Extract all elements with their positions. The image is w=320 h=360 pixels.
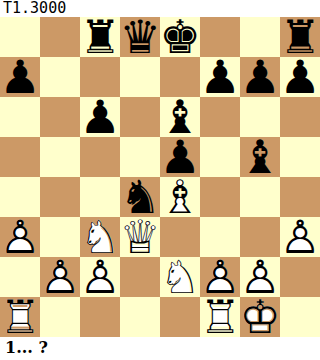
square-f6[interactable] xyxy=(200,97,240,137)
square-g4[interactable] xyxy=(240,177,280,217)
chess-puzzle-screen: T1.3000 ♜♛♚♜♟♟♟♟♟♝♟♝♞♝♗♟♙♞♘♛♕♟♙♟♙♟♙♞♘♟♙♟… xyxy=(0,0,320,360)
square-a1[interactable]: ♜♖ xyxy=(0,297,40,337)
square-a2[interactable] xyxy=(0,257,40,297)
square-b6[interactable] xyxy=(40,97,80,137)
square-g7[interactable]: ♟ xyxy=(240,57,280,97)
square-c5[interactable] xyxy=(80,137,120,177)
white-knight-piece: ♞♘ xyxy=(80,217,120,257)
white-king-piece: ♚♔ xyxy=(240,297,280,337)
square-b2[interactable]: ♟♙ xyxy=(40,257,80,297)
square-e8[interactable]: ♚ xyxy=(160,17,200,57)
square-e5[interactable]: ♟ xyxy=(160,137,200,177)
square-h1[interactable] xyxy=(280,297,320,337)
square-h7[interactable]: ♟ xyxy=(280,57,320,97)
square-e1[interactable] xyxy=(160,297,200,337)
square-e2[interactable]: ♞♘ xyxy=(160,257,200,297)
square-b4[interactable] xyxy=(40,177,80,217)
square-f5[interactable] xyxy=(200,137,240,177)
square-h3[interactable]: ♟♙ xyxy=(280,217,320,257)
black-bishop-piece: ♝ xyxy=(160,97,200,137)
square-g5[interactable]: ♝ xyxy=(240,137,280,177)
square-f1[interactable]: ♜♖ xyxy=(200,297,240,337)
white-pawn-piece: ♟♙ xyxy=(0,217,40,257)
move-prompt: 1... ? xyxy=(5,337,48,359)
square-d6[interactable] xyxy=(120,97,160,137)
square-h6[interactable] xyxy=(280,97,320,137)
black-rook-piece: ♜ xyxy=(80,17,120,57)
square-d3[interactable]: ♛♕ xyxy=(120,217,160,257)
square-b7[interactable] xyxy=(40,57,80,97)
black-king-piece: ♚ xyxy=(160,17,200,57)
square-d8[interactable]: ♛ xyxy=(120,17,160,57)
black-pawn-piece: ♟ xyxy=(80,97,120,137)
black-bishop-piece: ♝ xyxy=(240,137,280,177)
square-a5[interactable] xyxy=(0,137,40,177)
square-b3[interactable] xyxy=(40,217,80,257)
square-g3[interactable] xyxy=(240,217,280,257)
square-d4[interactable]: ♞ xyxy=(120,177,160,217)
square-d2[interactable] xyxy=(120,257,160,297)
square-a6[interactable] xyxy=(0,97,40,137)
square-b8[interactable] xyxy=(40,17,80,57)
puzzle-title: T1.3000 xyxy=(3,0,66,17)
square-h5[interactable] xyxy=(280,137,320,177)
square-g6[interactable] xyxy=(240,97,280,137)
white-rook-piece: ♜♖ xyxy=(200,297,240,337)
square-g8[interactable] xyxy=(240,17,280,57)
square-b5[interactable] xyxy=(40,137,80,177)
square-c1[interactable] xyxy=(80,297,120,337)
white-pawn-piece: ♟♙ xyxy=(40,257,80,297)
square-c4[interactable] xyxy=(80,177,120,217)
square-a8[interactable] xyxy=(0,17,40,57)
square-d7[interactable] xyxy=(120,57,160,97)
square-c2[interactable]: ♟♙ xyxy=(80,257,120,297)
square-g1[interactable]: ♚♔ xyxy=(240,297,280,337)
square-h4[interactable] xyxy=(280,177,320,217)
square-f8[interactable] xyxy=(200,17,240,57)
white-rook-piece: ♜♖ xyxy=(0,297,40,337)
square-e6[interactable]: ♝ xyxy=(160,97,200,137)
square-e7[interactable] xyxy=(160,57,200,97)
white-pawn-piece: ♟♙ xyxy=(200,257,240,297)
square-f3[interactable] xyxy=(200,217,240,257)
white-pawn-piece: ♟♙ xyxy=(280,217,320,257)
white-pawn-piece: ♟♙ xyxy=(80,257,120,297)
square-a7[interactable]: ♟ xyxy=(0,57,40,97)
black-queen-piece: ♛ xyxy=(120,17,160,57)
square-c8[interactable]: ♜ xyxy=(80,17,120,57)
square-c6[interactable]: ♟ xyxy=(80,97,120,137)
black-rook-piece: ♜ xyxy=(280,17,320,57)
black-pawn-piece: ♟ xyxy=(200,57,240,97)
square-e3[interactable] xyxy=(160,217,200,257)
square-f4[interactable] xyxy=(200,177,240,217)
black-knight-piece: ♞ xyxy=(120,177,160,217)
white-queen-piece: ♛♕ xyxy=(120,217,160,257)
square-c7[interactable] xyxy=(80,57,120,97)
black-pawn-piece: ♟ xyxy=(240,57,280,97)
square-b1[interactable] xyxy=(40,297,80,337)
square-g2[interactable]: ♟♙ xyxy=(240,257,280,297)
square-e4[interactable]: ♝♗ xyxy=(160,177,200,217)
square-f2[interactable]: ♟♙ xyxy=(200,257,240,297)
black-pawn-piece: ♟ xyxy=(0,57,40,97)
square-c3[interactable]: ♞♘ xyxy=(80,217,120,257)
square-a3[interactable]: ♟♙ xyxy=(0,217,40,257)
square-d1[interactable] xyxy=(120,297,160,337)
square-h2[interactable] xyxy=(280,257,320,297)
square-d5[interactable] xyxy=(120,137,160,177)
chess-board: ♜♛♚♜♟♟♟♟♟♝♟♝♞♝♗♟♙♞♘♛♕♟♙♟♙♟♙♞♘♟♙♟♙♜♖♜♖♚♔ xyxy=(0,17,320,337)
square-h8[interactable]: ♜ xyxy=(280,17,320,57)
square-f7[interactable]: ♟ xyxy=(200,57,240,97)
black-pawn-piece: ♟ xyxy=(160,137,200,177)
white-knight-piece: ♞♘ xyxy=(160,257,200,297)
white-pawn-piece: ♟♙ xyxy=(240,257,280,297)
black-pawn-piece: ♟ xyxy=(280,57,320,97)
white-bishop-piece: ♝♗ xyxy=(160,177,200,217)
square-a4[interactable] xyxy=(0,177,40,217)
